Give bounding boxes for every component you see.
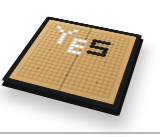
photo-edge-line [0,132,160,134]
white-stone [59,29,65,32]
star-point [59,33,61,34]
go-board [1,16,142,110]
board-face [9,19,137,104]
white-stone [73,29,79,32]
white-stone [56,26,62,29]
star-point [37,68,39,69]
star-point [96,82,98,84]
grid-line-v [97,37,120,95]
star-point [112,44,114,45]
star-point [104,62,106,63]
board-grid [9,19,137,104]
board-frame [1,16,142,110]
grid-line-v [103,38,125,96]
star-point [49,49,51,50]
white-stone [67,31,73,35]
product-photo-scene [0,0,160,137]
